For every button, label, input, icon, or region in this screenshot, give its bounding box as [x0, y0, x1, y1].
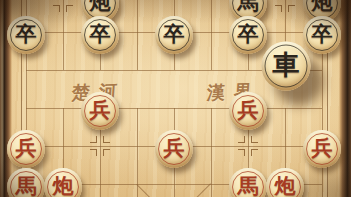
piece-red-soldier[interactable]: 兵	[229, 92, 267, 130]
piece-glyph: 卒	[164, 24, 185, 45]
piece-glyph: 卒	[16, 24, 37, 45]
piece-glyph: 炮	[275, 176, 296, 197]
piece-glyph: 車	[273, 52, 300, 79]
piece-glyph: 馬	[16, 176, 37, 197]
piece-black-soldier[interactable]: 卒	[7, 16, 45, 54]
piece-glyph: 炮	[53, 176, 74, 197]
piece-glyph: 兵	[164, 138, 185, 159]
piece-glyph: 卒	[238, 24, 259, 45]
xiangqi-board: 楚河 漢界 炮馬炮卒卒卒卒卒車兵兵兵兵兵馬炮馬炮	[0, 0, 351, 197]
file-line	[137, 0, 138, 70]
point-marker	[237, 135, 259, 157]
piece-red-soldier[interactable]: 兵	[7, 130, 45, 168]
piece-glyph: 馬	[238, 176, 259, 197]
piece-glyph: 卒	[90, 24, 111, 45]
piece-red-soldier[interactable]: 兵	[81, 92, 119, 130]
piece-black-soldier[interactable]: 卒	[229, 16, 267, 54]
piece-black-chariot-selected[interactable]: 車	[262, 42, 311, 91]
piece-glyph: 馬	[238, 0, 259, 13]
piece-glyph: 兵	[90, 100, 111, 121]
file-line	[211, 0, 212, 70]
piece-glyph: 兵	[16, 138, 37, 159]
board-frame-right-edge	[339, 0, 351, 197]
piece-red-soldier[interactable]: 兵	[303, 130, 341, 168]
piece-glyph: 炮	[312, 0, 333, 13]
point-marker	[89, 135, 111, 157]
piece-glyph: 兵	[238, 100, 259, 121]
piece-black-soldier[interactable]: 卒	[155, 16, 193, 54]
piece-glyph: 兵	[312, 138, 333, 159]
piece-glyph: 卒	[312, 24, 333, 45]
piece-black-soldier[interactable]: 卒	[303, 16, 341, 54]
point-marker	[274, 0, 296, 13]
piece-black-soldier[interactable]: 卒	[81, 16, 119, 54]
point-marker	[52, 0, 74, 13]
piece-glyph: 炮	[90, 0, 111, 13]
piece-red-soldier[interactable]: 兵	[155, 130, 193, 168]
